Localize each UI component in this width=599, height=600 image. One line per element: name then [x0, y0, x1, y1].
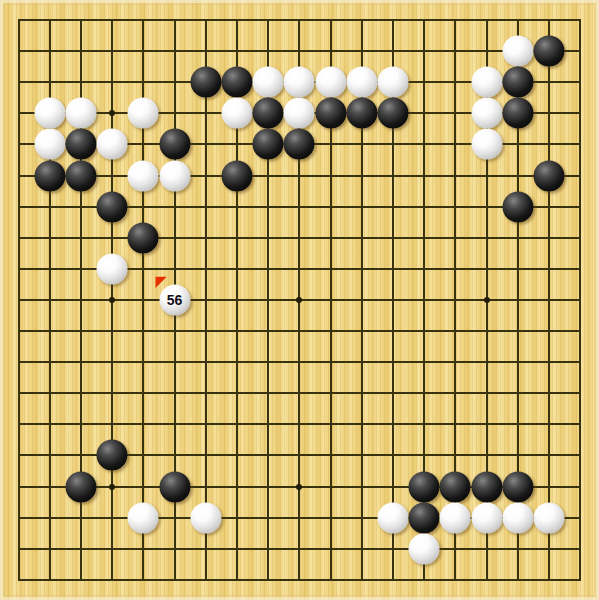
white-stone[interactable] [315, 67, 346, 98]
black-stone[interactable] [221, 160, 252, 191]
star-point [109, 297, 115, 303]
black-stone[interactable] [34, 160, 65, 191]
grid-line-horizontal [18, 392, 582, 394]
black-stone[interactable] [128, 222, 159, 253]
black-stone[interactable] [253, 98, 284, 129]
white-stone[interactable] [284, 98, 315, 129]
black-stone[interactable] [190, 67, 221, 98]
black-stone[interactable] [65, 471, 96, 502]
white-stone[interactable] [159, 160, 190, 191]
white-stone[interactable] [128, 98, 159, 129]
star-point [484, 297, 490, 303]
white-stone[interactable]: 56 [159, 284, 190, 315]
black-stone[interactable] [502, 191, 533, 222]
black-stone[interactable] [440, 471, 471, 502]
white-stone[interactable] [128, 160, 159, 191]
white-stone[interactable] [284, 67, 315, 98]
black-stone[interactable] [221, 67, 252, 98]
black-stone[interactable] [533, 36, 564, 67]
black-stone[interactable] [471, 471, 502, 502]
grid-line-vertical [579, 19, 581, 581]
black-stone[interactable] [409, 502, 440, 533]
white-stone[interactable] [440, 502, 471, 533]
black-stone[interactable] [409, 471, 440, 502]
move-number-label: 56 [167, 293, 183, 307]
white-stone[interactable] [190, 502, 221, 533]
white-stone[interactable] [471, 98, 502, 129]
white-stone[interactable] [533, 502, 564, 533]
white-stone[interactable] [502, 36, 533, 67]
black-stone[interactable] [346, 98, 377, 129]
white-stone[interactable] [97, 129, 128, 160]
black-stone[interactable] [315, 98, 346, 129]
white-stone[interactable] [409, 533, 440, 564]
black-stone[interactable] [533, 160, 564, 191]
white-stone[interactable] [377, 502, 408, 533]
white-stone[interactable] [128, 502, 159, 533]
black-stone[interactable] [97, 440, 128, 471]
black-stone[interactable] [284, 129, 315, 160]
grid-line-vertical [548, 19, 550, 581]
white-stone[interactable] [346, 67, 377, 98]
white-stone[interactable] [471, 129, 502, 160]
grid-line-horizontal [18, 548, 582, 550]
white-stone[interactable] [471, 502, 502, 533]
black-stone[interactable] [377, 98, 408, 129]
black-stone[interactable] [65, 160, 96, 191]
white-stone[interactable] [253, 67, 284, 98]
black-stone[interactable] [502, 67, 533, 98]
black-stone[interactable] [159, 471, 190, 502]
star-point [296, 297, 302, 303]
grid-line-horizontal [18, 579, 582, 581]
black-stone[interactable] [159, 129, 190, 160]
white-stone[interactable] [471, 67, 502, 98]
grid-line-horizontal [18, 361, 582, 363]
star-point [296, 484, 302, 490]
white-stone[interactable] [65, 98, 96, 129]
last-move-marker-icon [155, 276, 167, 288]
white-stone[interactable] [221, 98, 252, 129]
white-stone[interactable] [97, 253, 128, 284]
black-stone[interactable] [502, 471, 533, 502]
star-point [109, 110, 115, 116]
grid-line-horizontal [18, 330, 582, 332]
black-stone[interactable] [97, 191, 128, 222]
star-point [109, 484, 115, 490]
white-stone[interactable] [34, 98, 65, 129]
black-stone[interactable] [253, 129, 284, 160]
white-stone[interactable] [377, 67, 408, 98]
black-stone[interactable] [65, 129, 96, 160]
black-stone[interactable] [502, 98, 533, 129]
go-board[interactable]: 56 [0, 0, 599, 600]
white-stone[interactable] [34, 129, 65, 160]
white-stone[interactable] [502, 502, 533, 533]
grid-line-horizontal [18, 423, 582, 425]
